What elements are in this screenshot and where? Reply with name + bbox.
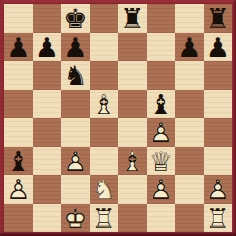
- square-d8[interactable]: [90, 4, 119, 33]
- black-pawn-piece[interactable]: ♟: [33, 33, 62, 62]
- black-pawn-piece[interactable]: ♟: [204, 33, 233, 62]
- black-rook-icon: ♜: [118, 4, 147, 33]
- square-b7[interactable]: ♟: [33, 33, 62, 62]
- black-rook-icon: ♜: [204, 4, 233, 33]
- white-rook-outline-icon: ♖: [90, 204, 119, 233]
- square-c8[interactable]: ♚: [61, 4, 90, 33]
- square-h7[interactable]: ♟: [204, 33, 233, 62]
- white-knight-piece[interactable]: ♞♘: [90, 175, 119, 204]
- black-pawn-icon: ♟: [61, 33, 90, 62]
- square-c1[interactable]: ♚♔: [61, 204, 90, 233]
- square-d5[interactable]: ♝♗: [90, 90, 119, 119]
- square-b6[interactable]: [33, 61, 62, 90]
- square-f3[interactable]: ♛♕: [147, 147, 176, 176]
- square-a8[interactable]: [4, 4, 33, 33]
- square-d3[interactable]: [90, 147, 119, 176]
- black-pawn-piece[interactable]: ♟: [61, 33, 90, 62]
- square-d7[interactable]: [90, 33, 119, 62]
- square-a6[interactable]: [4, 61, 33, 90]
- black-pawn-icon: ♟: [204, 33, 233, 62]
- square-f4[interactable]: ♟♙: [147, 118, 176, 147]
- white-pawn-outline-icon: ♙: [204, 175, 233, 204]
- square-e7[interactable]: [118, 33, 147, 62]
- square-b2[interactable]: [33, 175, 62, 204]
- white-pawn-piece[interactable]: ♟♙: [204, 175, 233, 204]
- square-e1[interactable]: [118, 204, 147, 233]
- square-d4[interactable]: [90, 118, 119, 147]
- square-e3[interactable]: ♝♗: [118, 147, 147, 176]
- white-pawn-piece[interactable]: ♟♙: [147, 175, 176, 204]
- white-pawn-outline-icon: ♙: [61, 147, 90, 176]
- square-a2[interactable]: ♟♙: [4, 175, 33, 204]
- square-b3[interactable]: [33, 147, 62, 176]
- black-king-piece[interactable]: ♚: [61, 4, 90, 33]
- square-h6[interactable]: [204, 61, 233, 90]
- white-king-piece[interactable]: ♚♔: [61, 204, 90, 233]
- square-e4[interactable]: [118, 118, 147, 147]
- square-e5[interactable]: [118, 90, 147, 119]
- square-c7[interactable]: ♟: [61, 33, 90, 62]
- square-c2[interactable]: [61, 175, 90, 204]
- black-pawn-piece[interactable]: ♟: [175, 33, 204, 62]
- square-a4[interactable]: [4, 118, 33, 147]
- square-h5[interactable]: [204, 90, 233, 119]
- black-rook-piece[interactable]: ♜: [118, 4, 147, 33]
- black-pawn-icon: ♟: [175, 33, 204, 62]
- white-pawn-outline-icon: ♙: [4, 175, 33, 204]
- square-f5[interactable]: ♝: [147, 90, 176, 119]
- white-queen-outline-icon: ♕: [147, 147, 176, 176]
- square-d1[interactable]: ♜♖: [90, 204, 119, 233]
- white-bishop-outline-icon: ♗: [118, 147, 147, 176]
- white-queen-piece[interactable]: ♛♕: [147, 147, 176, 176]
- white-pawn-outline-icon: ♙: [147, 175, 176, 204]
- square-f1[interactable]: [147, 204, 176, 233]
- white-rook-piece[interactable]: ♜♖: [204, 204, 233, 233]
- square-g2[interactable]: [175, 175, 204, 204]
- square-b4[interactable]: [33, 118, 62, 147]
- white-bishop-piece[interactable]: ♝♗: [90, 90, 119, 119]
- white-rook-outline-icon: ♖: [204, 204, 233, 233]
- square-b5[interactable]: [33, 90, 62, 119]
- black-bishop-piece[interactable]: ♝: [4, 147, 33, 176]
- square-e2[interactable]: [118, 175, 147, 204]
- square-c5[interactable]: [61, 90, 90, 119]
- square-b1[interactable]: [33, 204, 62, 233]
- square-e6[interactable]: [118, 61, 147, 90]
- white-pawn-piece[interactable]: ♟♙: [147, 118, 176, 147]
- white-knight-outline-icon: ♘: [90, 175, 119, 204]
- square-a5[interactable]: [4, 90, 33, 119]
- square-d6[interactable]: [90, 61, 119, 90]
- white-bishop-piece[interactable]: ♝♗: [118, 147, 147, 176]
- square-g3[interactable]: [175, 147, 204, 176]
- black-pawn-icon: ♟: [33, 33, 62, 62]
- square-d2[interactable]: ♞♘: [90, 175, 119, 204]
- black-pawn-piece[interactable]: ♟: [4, 33, 33, 62]
- square-h2[interactable]: ♟♙: [204, 175, 233, 204]
- square-f2[interactable]: ♟♙: [147, 175, 176, 204]
- square-b8[interactable]: [33, 4, 62, 33]
- white-pawn-outline-icon: ♙: [147, 118, 176, 147]
- chess-board: ♚♜♜♟♟♟♟♟♞♝♗♝♟♙♝♟♙♝♗♛♕♟♙♞♘♟♙♟♙♚♔♜♖♜♖: [4, 4, 232, 232]
- square-g1[interactable]: [175, 204, 204, 233]
- square-g7[interactable]: ♟: [175, 33, 204, 62]
- black-rook-piece[interactable]: ♜: [204, 4, 233, 33]
- square-a7[interactable]: ♟: [4, 33, 33, 62]
- square-h4[interactable]: [204, 118, 233, 147]
- square-h3[interactable]: [204, 147, 233, 176]
- square-g8[interactable]: [175, 4, 204, 33]
- white-bishop-outline-icon: ♗: [90, 90, 119, 119]
- black-bishop-icon: ♝: [4, 147, 33, 176]
- square-h8[interactable]: ♜: [204, 4, 233, 33]
- square-a1[interactable]: [4, 204, 33, 233]
- black-knight-icon: ♞: [61, 61, 90, 90]
- square-f6[interactable]: [147, 61, 176, 90]
- square-g4[interactable]: [175, 118, 204, 147]
- black-bishop-icon: ♝: [147, 90, 176, 119]
- square-g6[interactable]: [175, 61, 204, 90]
- white-rook-piece[interactable]: ♜♖: [90, 204, 119, 233]
- black-bishop-piece[interactable]: ♝: [147, 90, 176, 119]
- black-king-icon: ♚: [61, 4, 90, 33]
- black-knight-piece[interactable]: ♞: [61, 61, 90, 90]
- white-king-outline-icon: ♔: [61, 204, 90, 233]
- square-c6[interactable]: ♞: [61, 61, 90, 90]
- square-c3[interactable]: ♟♙: [61, 147, 90, 176]
- white-pawn-piece[interactable]: ♟♙: [4, 175, 33, 204]
- white-pawn-piece[interactable]: ♟♙: [61, 147, 90, 176]
- square-c4[interactable]: [61, 118, 90, 147]
- board-frame: ♚♜♜♟♟♟♟♟♞♝♗♝♟♙♝♟♙♝♗♛♕♟♙♞♘♟♙♟♙♚♔♜♖♜♖: [0, 0, 236, 236]
- square-f7[interactable]: [147, 33, 176, 62]
- square-f8[interactable]: [147, 4, 176, 33]
- square-a3[interactable]: ♝: [4, 147, 33, 176]
- black-pawn-icon: ♟: [4, 33, 33, 62]
- square-e8[interactable]: ♜: [118, 4, 147, 33]
- square-h1[interactable]: ♜♖: [204, 204, 233, 233]
- square-g5[interactable]: [175, 90, 204, 119]
